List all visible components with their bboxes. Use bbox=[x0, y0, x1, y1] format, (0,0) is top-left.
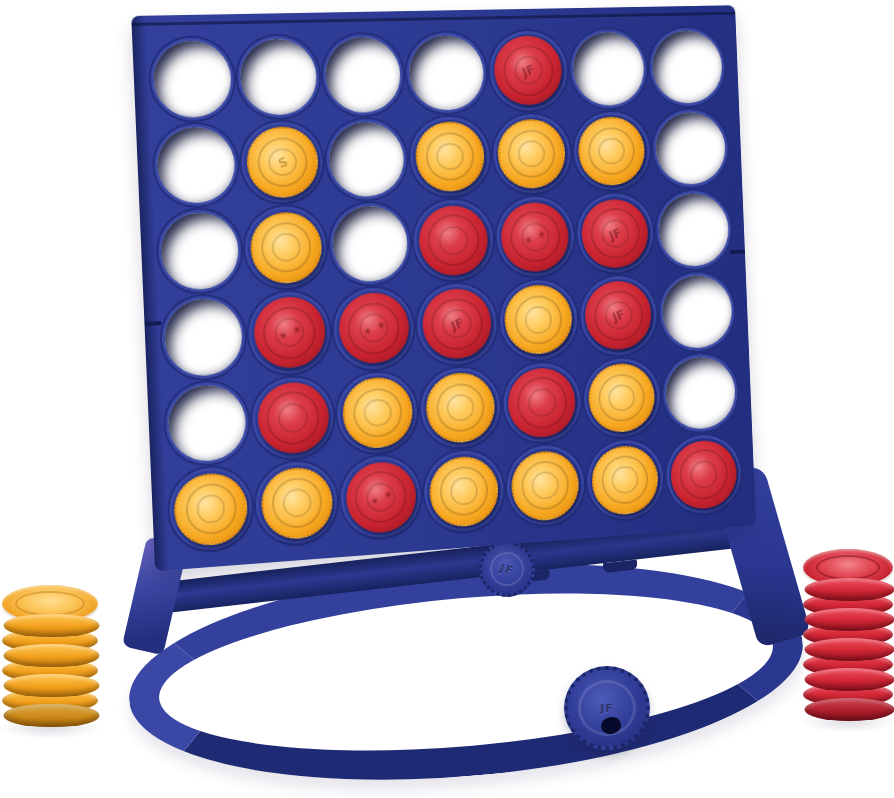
yellow-disc bbox=[510, 449, 580, 523]
yellow-disc bbox=[425, 371, 496, 445]
yellow-disc bbox=[428, 454, 499, 528]
cell-r4c6: JF bbox=[582, 278, 655, 354]
disc-marking: ✶ ✶ bbox=[491, 191, 578, 282]
yellow-disc bbox=[591, 444, 660, 517]
yellow-disc bbox=[249, 211, 323, 285]
red-disc: ✶ ✶ bbox=[338, 292, 411, 366]
knob-marking: JF bbox=[600, 702, 614, 715]
yellow-disc bbox=[414, 121, 486, 193]
board-grid: JFS✶ ✶JF✶ ✶✶ ✶JFJF✶ ✶ bbox=[152, 30, 740, 550]
cell-r4c2: ✶ ✶ bbox=[250, 293, 329, 372]
cell-r1c2 bbox=[239, 38, 318, 115]
yellow-disc bbox=[577, 116, 646, 187]
yellow-stack-disc bbox=[4, 704, 100, 727]
red-disc-stack bbox=[803, 549, 893, 721]
cell-r5c3 bbox=[339, 373, 416, 452]
cell-r2c2: S bbox=[243, 123, 322, 201]
red-disc: JF bbox=[421, 288, 493, 361]
cell-r2c3 bbox=[328, 121, 406, 198]
cell-r6c4 bbox=[426, 452, 502, 531]
cell-r1c1 bbox=[152, 40, 233, 118]
red-stack-disc bbox=[805, 608, 894, 631]
cell-r3c7 bbox=[658, 193, 730, 268]
yellow-disc bbox=[173, 471, 248, 547]
cell-r6c6 bbox=[588, 441, 661, 519]
red-disc: JF bbox=[493, 35, 563, 106]
red-disc: ✶ ✶ bbox=[500, 201, 570, 273]
knob-hole bbox=[599, 715, 622, 736]
cell-r5c4 bbox=[422, 369, 498, 447]
cell-r5c2 bbox=[254, 378, 333, 458]
cell-r2c6 bbox=[575, 114, 649, 189]
cell-r1c7 bbox=[651, 30, 723, 104]
cell-r5c5 bbox=[504, 364, 579, 442]
red-stack-disc bbox=[805, 668, 894, 691]
red-disc bbox=[507, 366, 577, 439]
cell-r3c5: ✶ ✶ bbox=[498, 199, 573, 275]
lock-knob: JF bbox=[564, 666, 650, 750]
red-disc: ✶ ✶ bbox=[252, 296, 326, 371]
disc-marking: ✶ ✶ bbox=[336, 450, 426, 544]
cell-r2c4 bbox=[412, 118, 488, 195]
disc-marking: JF bbox=[575, 270, 661, 360]
yellow-stack-disc bbox=[4, 644, 100, 667]
disc-marking: JF bbox=[484, 26, 572, 116]
cell-r5c1 bbox=[167, 383, 247, 464]
yellow-disc bbox=[341, 376, 414, 450]
cell-r1c5: JF bbox=[491, 33, 566, 108]
disc-marking: ✶ ✶ bbox=[243, 286, 335, 380]
yellow-disc: S bbox=[245, 126, 319, 199]
cell-r3c2 bbox=[246, 208, 325, 287]
cell-r5c7 bbox=[664, 355, 736, 431]
cell-r6c3: ✶ ✶ bbox=[342, 457, 419, 537]
cell-r3c1 bbox=[160, 212, 240, 291]
connect-four-product-photo: JF JFS✶ ✶JF✶ ✶✶ ✶JFJF✶ ✶ JF bbox=[0, 0, 894, 798]
disc-marking: JF bbox=[412, 278, 501, 370]
cell-r3c4 bbox=[415, 202, 491, 279]
cell-r4c3: ✶ ✶ bbox=[335, 289, 412, 368]
red-disc: JF bbox=[584, 280, 653, 352]
red-disc bbox=[418, 204, 490, 277]
cell-r1c4 bbox=[408, 35, 484, 111]
yellow-stack-disc bbox=[4, 674, 100, 697]
cell-r6c2 bbox=[257, 463, 336, 544]
disc-marking: ✶ ✶ bbox=[329, 282, 420, 375]
cell-r3c3 bbox=[332, 205, 410, 283]
cell-r4c1 bbox=[163, 297, 243, 377]
game-board: JFS✶ ✶JF✶ ✶✶ ✶JFJF✶ ✶ bbox=[131, 5, 756, 571]
cell-r2c5 bbox=[494, 116, 569, 192]
cell-r4c4: JF bbox=[419, 285, 495, 363]
red-disc bbox=[256, 380, 330, 455]
yellow-disc bbox=[587, 362, 656, 434]
disc-marking: JF bbox=[572, 188, 658, 278]
cell-r5c6 bbox=[585, 359, 658, 436]
disc-marking: S bbox=[238, 118, 325, 206]
red-stack-disc bbox=[805, 638, 894, 661]
cell-r6c5 bbox=[508, 447, 583, 525]
cell-r2c1 bbox=[156, 126, 236, 205]
cell-r1c6 bbox=[571, 32, 645, 107]
red-stack-disc bbox=[805, 578, 894, 601]
yellow-disc bbox=[496, 118, 566, 189]
hinge-seam bbox=[730, 250, 745, 254]
red-disc bbox=[670, 438, 738, 510]
yellow-disc-stack bbox=[2, 585, 98, 727]
cell-r6c7 bbox=[668, 436, 740, 513]
crossbar-disc-marking: JF bbox=[499, 561, 516, 578]
cell-r4c7 bbox=[661, 274, 733, 350]
cell-r4c5 bbox=[501, 281, 576, 358]
cell-r6c1 bbox=[171, 469, 251, 550]
cell-r2c7 bbox=[654, 111, 726, 186]
red-disc: JF bbox=[580, 198, 649, 269]
cell-r3c6: JF bbox=[578, 196, 651, 272]
yellow-disc bbox=[260, 465, 334, 541]
red-disc: ✶ ✶ bbox=[345, 460, 418, 535]
yellow-stack-disc bbox=[4, 614, 100, 637]
yellow-disc bbox=[503, 284, 573, 356]
cell-r1c3 bbox=[324, 37, 402, 114]
red-stack-disc bbox=[805, 698, 894, 721]
hinge-seam bbox=[144, 321, 161, 326]
